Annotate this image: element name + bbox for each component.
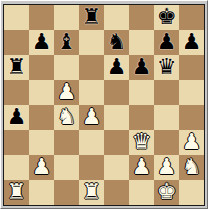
white-knight: ♞ bbox=[182, 156, 202, 178]
square-e7[interactable]: ♞ bbox=[104, 30, 129, 55]
black-knight: ♞ bbox=[107, 31, 127, 53]
white-pawn: ♟ bbox=[132, 156, 152, 178]
black-pawn: ♟ bbox=[132, 56, 152, 78]
white-pawn: ♟ bbox=[32, 156, 52, 178]
square-h3[interactable]: ♟ bbox=[179, 130, 204, 155]
square-h7[interactable]: ♟ bbox=[179, 30, 204, 55]
square-f6[interactable]: ♟ bbox=[129, 55, 154, 80]
square-g4[interactable] bbox=[154, 105, 179, 130]
black-pawn: ♟ bbox=[7, 106, 27, 128]
black-pawn: ♟ bbox=[182, 31, 202, 53]
square-a3[interactable] bbox=[4, 130, 29, 155]
black-pawn: ♟ bbox=[157, 31, 177, 53]
square-e2[interactable] bbox=[104, 155, 129, 180]
square-f4[interactable] bbox=[129, 105, 154, 130]
square-a4[interactable]: ♟ bbox=[4, 105, 29, 130]
white-pawn: ♟ bbox=[57, 81, 77, 103]
black-rook: ♜ bbox=[7, 56, 27, 78]
square-h1[interactable] bbox=[179, 180, 204, 205]
black-bishop: ♝ bbox=[57, 31, 77, 53]
window-frame: ♜♚♟♝♞♟♟♜♟♟♛♟♟♞♟♛♟♟♟♟♞♜♜♚ bbox=[0, 0, 208, 209]
square-g7[interactable]: ♟ bbox=[154, 30, 179, 55]
square-c3[interactable] bbox=[54, 130, 79, 155]
square-f5[interactable] bbox=[129, 80, 154, 105]
square-b3[interactable] bbox=[29, 130, 54, 155]
square-h2[interactable]: ♞ bbox=[179, 155, 204, 180]
square-b6[interactable] bbox=[29, 55, 54, 80]
square-g3[interactable] bbox=[154, 130, 179, 155]
chess-board: ♜♚♟♝♞♟♟♜♟♟♛♟♟♞♟♛♟♟♟♟♞♜♜♚ bbox=[3, 4, 205, 206]
square-h5[interactable] bbox=[179, 80, 204, 105]
square-e6[interactable]: ♟ bbox=[104, 55, 129, 80]
black-queen: ♛ bbox=[157, 56, 177, 78]
white-pawn: ♟ bbox=[157, 156, 177, 178]
square-f1[interactable] bbox=[129, 180, 154, 205]
square-e4[interactable] bbox=[104, 105, 129, 130]
square-c2[interactable] bbox=[54, 155, 79, 180]
square-a7[interactable] bbox=[4, 30, 29, 55]
black-rook: ♜ bbox=[82, 6, 102, 28]
square-f8[interactable] bbox=[129, 5, 154, 30]
black-king: ♚ bbox=[157, 6, 177, 28]
square-b1[interactable] bbox=[29, 180, 54, 205]
square-a2[interactable] bbox=[4, 155, 29, 180]
square-e5[interactable] bbox=[104, 80, 129, 105]
black-pawn: ♟ bbox=[107, 56, 127, 78]
square-d3[interactable] bbox=[79, 130, 104, 155]
square-d1[interactable]: ♜ bbox=[79, 180, 104, 205]
square-b7[interactable]: ♟ bbox=[29, 30, 54, 55]
square-g8[interactable]: ♚ bbox=[154, 5, 179, 30]
square-c1[interactable] bbox=[54, 180, 79, 205]
square-d2[interactable] bbox=[79, 155, 104, 180]
square-c5[interactable]: ♟ bbox=[54, 80, 79, 105]
white-knight: ♞ bbox=[57, 106, 77, 128]
square-h6[interactable] bbox=[179, 55, 204, 80]
square-f2[interactable]: ♟ bbox=[129, 155, 154, 180]
square-d8[interactable]: ♜ bbox=[79, 5, 104, 30]
square-a5[interactable] bbox=[4, 80, 29, 105]
white-rook: ♜ bbox=[7, 181, 27, 203]
square-h8[interactable] bbox=[179, 5, 204, 30]
square-a1[interactable]: ♜ bbox=[4, 180, 29, 205]
square-c7[interactable]: ♝ bbox=[54, 30, 79, 55]
white-king: ♚ bbox=[157, 181, 177, 203]
square-e3[interactable] bbox=[104, 130, 129, 155]
square-e8[interactable] bbox=[104, 5, 129, 30]
square-b4[interactable] bbox=[29, 105, 54, 130]
square-d6[interactable] bbox=[79, 55, 104, 80]
square-c4[interactable]: ♞ bbox=[54, 105, 79, 130]
square-d5[interactable] bbox=[79, 80, 104, 105]
square-c8[interactable] bbox=[54, 5, 79, 30]
square-e1[interactable] bbox=[104, 180, 129, 205]
square-g2[interactable]: ♟ bbox=[154, 155, 179, 180]
square-b5[interactable] bbox=[29, 80, 54, 105]
square-g1[interactable]: ♚ bbox=[154, 180, 179, 205]
square-d7[interactable] bbox=[79, 30, 104, 55]
white-pawn: ♟ bbox=[82, 106, 102, 128]
square-c6[interactable] bbox=[54, 55, 79, 80]
square-h4[interactable] bbox=[179, 105, 204, 130]
square-b8[interactable] bbox=[29, 5, 54, 30]
square-g6[interactable]: ♛ bbox=[154, 55, 179, 80]
square-b2[interactable]: ♟ bbox=[29, 155, 54, 180]
black-pawn: ♟ bbox=[32, 31, 52, 53]
square-d4[interactable]: ♟ bbox=[79, 105, 104, 130]
white-queen: ♛ bbox=[132, 131, 152, 153]
square-g5[interactable] bbox=[154, 80, 179, 105]
square-f7[interactable] bbox=[129, 30, 154, 55]
square-f3[interactable]: ♛ bbox=[129, 130, 154, 155]
square-a8[interactable] bbox=[4, 5, 29, 30]
white-rook: ♜ bbox=[82, 181, 102, 203]
square-a6[interactable]: ♜ bbox=[4, 55, 29, 80]
white-pawn: ♟ bbox=[182, 131, 202, 153]
